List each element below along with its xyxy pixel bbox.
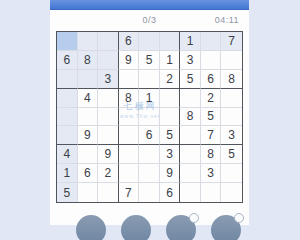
cell-r1c5[interactable] — [139, 32, 160, 51]
cell-r2c5[interactable]: 5 — [139, 51, 160, 70]
cell-r8c8[interactable]: 3 — [201, 164, 222, 183]
cell-r9c4[interactable]: 7 — [119, 183, 140, 202]
cell-r1c1[interactable] — [57, 32, 78, 51]
cell-r7c9[interactable]: 5 — [221, 145, 242, 164]
cell-r8c2[interactable]: 6 — [78, 164, 99, 183]
cell-r2c7[interactable]: 3 — [180, 51, 201, 70]
cell-r6c4[interactable] — [119, 126, 140, 145]
cell-r9c1[interactable]: 5 — [57, 183, 78, 202]
cell-r5c1[interactable] — [57, 108, 78, 127]
cell-r8c7[interactable] — [180, 164, 201, 183]
cell-r8c9[interactable] — [221, 164, 242, 183]
cell-r8c1[interactable]: 1 — [57, 164, 78, 183]
cell-r8c4[interactable] — [119, 164, 140, 183]
cell-r3c8[interactable]: 6 — [201, 70, 222, 89]
toolbar — [50, 205, 249, 225]
cell-r9c2[interactable] — [78, 183, 99, 202]
cell-r3c9[interactable]: 8 — [221, 70, 242, 89]
cell-r4c1[interactable] — [57, 89, 78, 108]
cell-r4c6[interactable] — [160, 89, 181, 108]
cell-r6c8[interactable]: 7 — [201, 126, 222, 145]
cell-r7c3[interactable]: 9 — [98, 145, 119, 164]
cell-r6c7[interactable] — [180, 126, 201, 145]
cell-r2c6[interactable]: 1 — [160, 51, 181, 70]
cell-r7c2[interactable] — [78, 145, 99, 164]
cell-r5c8[interactable]: 5 — [201, 108, 222, 127]
cell-r2c3[interactable] — [98, 51, 119, 70]
cell-r3c6[interactable]: 2 — [160, 70, 181, 89]
cell-r7c4[interactable] — [119, 145, 140, 164]
cell-r4c3[interactable] — [98, 89, 119, 108]
cell-r4c2[interactable]: 4 — [78, 89, 99, 108]
cell-r6c6[interactable]: 5 — [160, 126, 181, 145]
cell-r9c7[interactable] — [180, 183, 201, 202]
cell-r1c3[interactable] — [98, 32, 119, 51]
cell-r5c5[interactable] — [139, 108, 160, 127]
cell-r4c5[interactable]: 1 — [139, 89, 160, 108]
cell-r3c7[interactable]: 5 — [180, 70, 201, 89]
sudoku-app: 0/3 04:11 617689513325684812859657349385… — [50, 0, 249, 225]
cell-r2c9[interactable] — [221, 51, 242, 70]
cell-r4c9[interactable] — [221, 89, 242, 108]
cell-r6c3[interactable] — [98, 126, 119, 145]
undo-button[interactable] — [76, 215, 106, 225]
cell-r9c3[interactable] — [98, 183, 119, 202]
hint-button[interactable] — [211, 215, 241, 225]
cell-r3c3[interactable]: 3 — [98, 70, 119, 89]
cell-r7c7[interactable] — [180, 145, 201, 164]
cell-r9c5[interactable] — [139, 183, 160, 202]
cell-r8c5[interactable] — [139, 164, 160, 183]
cell-r2c2[interactable]: 8 — [78, 51, 99, 70]
cell-r3c5[interactable] — [139, 70, 160, 89]
cell-r5c4[interactable] — [119, 108, 140, 127]
top-progress-bar — [50, 0, 249, 10]
game-header: 0/3 04:11 — [50, 10, 249, 31]
hint-button-badge — [234, 213, 244, 223]
cell-r1c2[interactable] — [78, 32, 99, 51]
cell-r5c7[interactable]: 8 — [180, 108, 201, 127]
cell-r4c7[interactable] — [180, 89, 201, 108]
cell-r8c6[interactable]: 9 — [160, 164, 181, 183]
cell-r9c6[interactable]: 6 — [160, 183, 181, 202]
cell-r3c1[interactable] — [57, 70, 78, 89]
cell-r3c2[interactable] — [78, 70, 99, 89]
cell-r5c3[interactable] — [98, 108, 119, 127]
cell-r5c6[interactable] — [160, 108, 181, 127]
cell-r7c1[interactable]: 4 — [57, 145, 78, 164]
erase-button[interactable] — [121, 215, 151, 225]
notes-button[interactable] — [166, 215, 196, 225]
cell-r9c8[interactable] — [201, 183, 222, 202]
cell-r8c3[interactable]: 2 — [98, 164, 119, 183]
cell-r1c9[interactable]: 7 — [221, 32, 242, 51]
notes-button-badge — [189, 213, 199, 223]
cell-r3c4[interactable] — [119, 70, 140, 89]
sudoku-grid: 61768951332568481285965734938516293576 — [56, 31, 243, 203]
cell-r6c9[interactable]: 3 — [221, 126, 242, 145]
cell-r1c4[interactable]: 6 — [119, 32, 140, 51]
cell-r4c8[interactable]: 2 — [201, 89, 222, 108]
cell-r7c5[interactable] — [139, 145, 160, 164]
cell-r7c6[interactable]: 3 — [160, 145, 181, 164]
cell-r6c2[interactable]: 9 — [78, 126, 99, 145]
cell-r5c2[interactable] — [78, 108, 99, 127]
cell-r6c1[interactable] — [57, 126, 78, 145]
cell-r4c4[interactable]: 8 — [119, 89, 140, 108]
cell-r2c1[interactable]: 6 — [57, 51, 78, 70]
cell-r1c6[interactable] — [160, 32, 181, 51]
cell-r7c8[interactable]: 8 — [201, 145, 222, 164]
cell-r9c9[interactable] — [221, 183, 242, 202]
game-timer: 04:11 — [215, 10, 239, 31]
cell-r2c8[interactable] — [201, 51, 222, 70]
cell-r6c5[interactable]: 6 — [139, 126, 160, 145]
cell-r2c4[interactable]: 9 — [119, 51, 140, 70]
cell-r1c7[interactable]: 1 — [180, 32, 201, 51]
cell-r1c8[interactable] — [201, 32, 222, 51]
cell-r5c9[interactable] — [221, 108, 242, 127]
